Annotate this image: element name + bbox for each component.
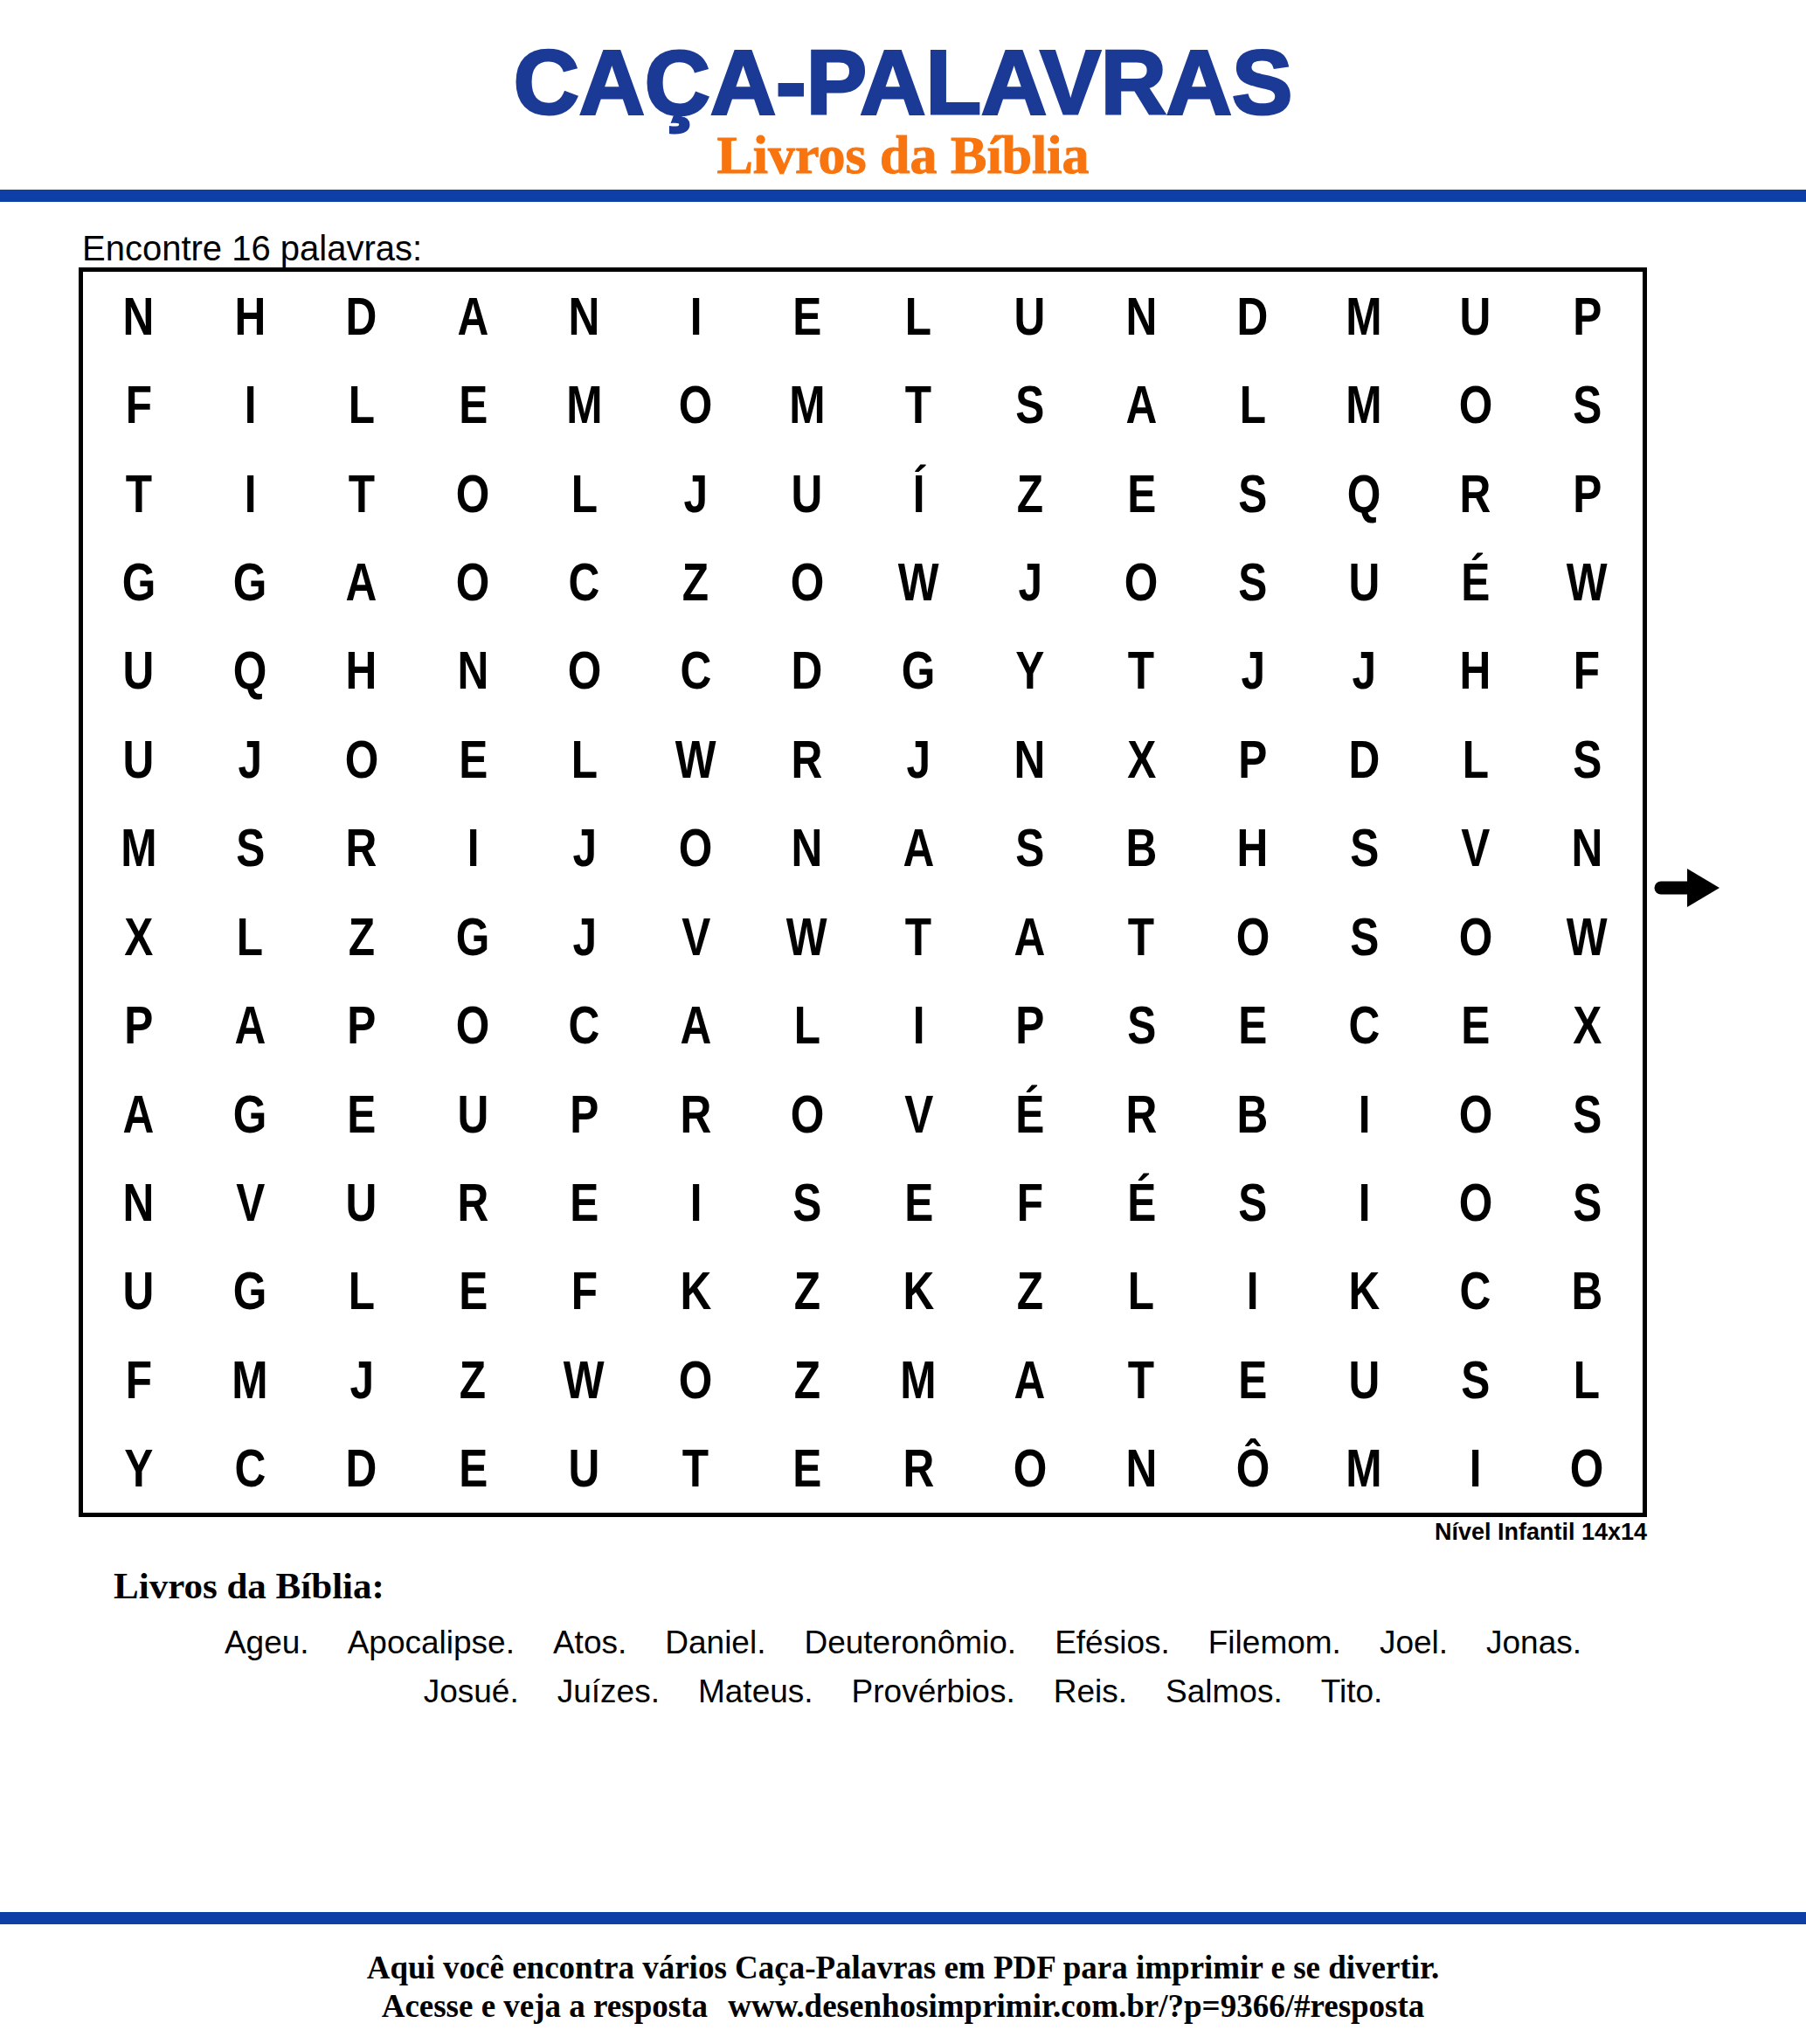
grid-cell[interactable]: J [1197,627,1309,715]
grid-cell[interactable]: Q [195,627,307,715]
grid-cell[interactable]: L [751,980,863,1069]
word-list-heading: Livros da Bíblia: [114,1567,384,1604]
grid-cell[interactable]: O [1420,1158,1532,1246]
grid-cell[interactable]: M [751,360,863,448]
grid-letter: U [1014,289,1046,343]
grid-cell[interactable]: O [1197,892,1309,980]
grid-cell[interactable]: J [306,1335,418,1424]
puzzle-page: { "game": "word-search (caça-palavras)",… [0,0,1806,2044]
grid-cell[interactable]: K [863,1247,975,1335]
grid-letter: T [126,467,152,521]
grid-cell[interactable]: E [1197,1335,1309,1424]
grid-cell[interactable]: E [418,1247,529,1335]
grid-cell[interactable]: I [1309,1158,1421,1246]
grid-letter: I [1358,1175,1370,1230]
grid-letter: E [347,1087,376,1141]
grid-cell[interactable]: U [1309,1335,1421,1424]
instruction-label: Encontre 16 palavras: [82,231,422,266]
grid-cell[interactable]: R [640,1070,752,1158]
grid-cell[interactable]: D [306,272,418,360]
grid-cell[interactable]: E [306,1070,418,1158]
grid-letter: T [682,1441,709,1495]
grid-cell[interactable]: R [1086,1070,1198,1158]
grid-letter: A [346,555,377,609]
grid-cell[interactable]: Z [751,1335,863,1424]
grid-cell[interactable]: J [529,804,640,892]
grid-letter: A [1125,378,1157,432]
grid-cell[interactable]: E [1420,980,1532,1069]
grid-cell[interactable]: U [529,1424,640,1513]
grid-cell[interactable]: S [974,804,1086,892]
grid-letter: Í [912,467,924,521]
footer-answer-url[interactable]: www.desenhosimprimir.com.br/?p=9366/#res… [728,1988,1424,2024]
grid-cell[interactable]: N [974,715,1086,803]
grid-cell[interactable]: S [195,804,307,892]
grid-cell[interactable]: U [1420,272,1532,360]
grid-cell[interactable]: Ô [1197,1424,1309,1513]
grid-cell[interactable]: E [1197,980,1309,1069]
grid-cell[interactable]: X [83,892,195,980]
grid-letter: S [1573,1175,1602,1230]
grid-cell[interactable]: R [418,1158,529,1246]
grid-letter: L [905,289,931,343]
grid-cell[interactable]: I [195,449,307,537]
word-list-item: Tito. [1321,1674,1383,1710]
grid-cell[interactable]: A [83,1070,195,1158]
grid-letter: I [912,998,924,1052]
grid-cell[interactable]: G [195,1070,307,1158]
grid-letter: L [1128,1264,1154,1318]
grid-cell[interactable]: A [306,537,418,626]
grid-cell[interactable]: T [640,1424,752,1513]
grid-letter: R [1125,1087,1157,1141]
grid-cell[interactable]: G [195,537,307,626]
grid-cell[interactable]: F [974,1158,1086,1246]
grid-letter: T [1128,1353,1154,1407]
grid-letter: V [682,910,710,964]
word-list-item: Juízes. [557,1674,660,1710]
grid-cell[interactable]: D [306,1424,418,1513]
grid-cell[interactable]: Y [83,1424,195,1513]
grid-letter: T [349,467,375,521]
grid-letter: M [1346,378,1382,432]
grid-cell[interactable]: A [863,804,975,892]
grid-cell[interactable]: O [1420,360,1532,448]
grid-cell[interactable]: L [529,715,640,803]
grid-letter: É [1127,1175,1156,1230]
grid-cell[interactable]: T [1086,627,1198,715]
grid-cell[interactable]: S [1197,1158,1309,1246]
word-list-item: Provérbios. [852,1674,1015,1710]
grid-cell[interactable]: É [1420,537,1532,626]
grid-cell[interactable]: M [1309,360,1421,448]
grid-letter: E [459,378,488,432]
grid-letter: J [906,732,931,786]
grid-cell[interactable]: E [863,1158,975,1246]
grid-cell[interactable]: R [751,715,863,803]
grid-cell[interactable]: Z [306,892,418,980]
grid-cell[interactable]: O [640,804,752,892]
grid-cell[interactable]: U [83,627,195,715]
grid-cell[interactable]: M [529,360,640,448]
grid-cell[interactable]: L [863,272,975,360]
grid-cell[interactable]: K [640,1247,752,1335]
grid-cell[interactable]: J [529,892,640,980]
grid-cell[interactable]: S [1309,804,1421,892]
grid-cell[interactable]: M [1309,1424,1421,1513]
grid-cell[interactable]: W [863,537,975,626]
grid-cell[interactable]: P [83,980,195,1069]
grid-letter: G [121,555,156,609]
grid-letter: C [1348,998,1380,1052]
grid-letter: F [126,1353,152,1407]
grid-cell[interactable]: O [751,1070,863,1158]
grid-cell[interactable]: F [83,1335,195,1424]
grid-letter: S [1350,821,1379,875]
page-title: CAÇA-PALAVRAS [0,37,1806,128]
grid-cell[interactable]: S [1532,1070,1643,1158]
grid-cell[interactable]: Í [863,449,975,537]
grid-cell[interactable]: U [974,272,1086,360]
grid-cell[interactable]: U [418,1070,529,1158]
grid-letter: E [792,289,821,343]
grid-cell[interactable]: L [195,892,307,980]
grid-cell[interactable]: E [1086,449,1198,537]
grid-cell[interactable]: T [83,449,195,537]
grid-cell[interactable]: L [306,360,418,448]
grid-cell[interactable]: S [1420,1335,1532,1424]
grid-letter: M [566,378,602,432]
grid-cell[interactable]: G [195,1247,307,1335]
word-list-item: Josué. [424,1674,519,1710]
grid-letter: O [1013,1441,1047,1495]
grid-cell[interactable]: O [640,360,752,448]
grid-cell[interactable]: J [640,449,752,537]
grid-cell[interactable]: P [529,1070,640,1158]
grid-cell[interactable]: G [83,537,195,626]
grid-cell[interactable]: O [1420,892,1532,980]
footer-answer-line: Acesse e veja a resposta www.desenhosimp… [0,1987,1806,2026]
grid-letter: O [344,732,378,786]
grid-cell[interactable]: U [751,449,863,537]
grid-cell[interactable]: O [1086,537,1198,626]
grid-letter: C [569,555,600,609]
grid-cell[interactable]: E [751,1424,863,1513]
grid-cell[interactable]: N [83,272,195,360]
grid-cell[interactable]: C [529,537,640,626]
grid-letter: O [456,555,490,609]
grid-cell[interactable]: Z [751,1247,863,1335]
grid-cell[interactable]: C [640,627,752,715]
grid-cell[interactable]: T [306,449,418,537]
grid-cell[interactable]: L [1420,715,1532,803]
grid-letter: N [123,289,155,343]
grid-letter: O [679,378,713,432]
grid-cell[interactable]: A [195,980,307,1069]
grid-cell[interactable]: S [1197,449,1309,537]
grid-cell[interactable]: S [1309,892,1421,980]
grid-cell[interactable]: É [1086,1158,1198,1246]
grid-cell[interactable]: S [1197,537,1309,626]
grid-letter: H [346,643,377,697]
grid-cell[interactable]: P [1532,449,1643,537]
grid-cell[interactable]: N [1532,804,1643,892]
word-list-item: Filemom. [1208,1625,1341,1661]
grid-letter: O [567,643,601,697]
footer-answer-prefix: Acesse e veja a resposta [382,1988,708,2024]
grid-letter: U [1348,555,1380,609]
grid-cell[interactable]: S [1086,980,1198,1069]
grid-cell[interactable]: E [418,715,529,803]
grid-cell[interactable]: A [418,272,529,360]
grid-cell[interactable]: D [1309,715,1421,803]
word-list-item: Apocalipse. [348,1625,515,1661]
grid-letter: A [1014,910,1046,964]
grid-cell[interactable]: P [974,980,1086,1069]
grid-cell[interactable]: S [974,360,1086,448]
grid-cell[interactable]: A [974,1335,1086,1424]
grid-cell[interactable]: U [83,715,195,803]
grid-letter: E [1461,998,1490,1052]
grid-cell[interactable]: O [974,1424,1086,1513]
grid-cell[interactable]: W [529,1335,640,1424]
grid-cell[interactable]: U [306,1158,418,1246]
grid-letter: J [238,732,262,786]
grid-cell[interactable]: A [1086,360,1198,448]
grid-cell[interactable]: C [529,980,640,1069]
grid-letter: W [898,555,939,609]
grid-cell[interactable]: R [863,1424,975,1513]
grid-cell[interactable]: E [418,1424,529,1513]
grid-letter: U [1460,289,1491,343]
grid-cell[interactable]: L [529,449,640,537]
grid-letter: Y [124,1441,153,1495]
grid-letter: U [457,1087,488,1141]
grid-cell[interactable]: I [195,360,307,448]
grid-cell[interactable]: T [1086,1335,1198,1424]
grid-cell[interactable]: I [1420,1424,1532,1513]
grid-cell[interactable]: O [418,449,529,537]
grid-cell[interactable]: G [418,892,529,980]
word-list-item: Reis. [1054,1674,1127,1710]
grid-cell[interactable]: V [195,1158,307,1246]
grid-cell[interactable]: T [1086,892,1198,980]
grid-letter: S [1573,1087,1602,1141]
bottom-divider [0,1912,1806,1924]
grid-cell[interactable]: U [83,1247,195,1335]
grid-letter: P [570,1087,599,1141]
grid-cell[interactable]: V [640,892,752,980]
grid-cell[interactable]: B [1532,1247,1643,1335]
grid-cell[interactable]: W [1532,537,1643,626]
grid-cell[interactable]: B [1197,1070,1309,1158]
grid-letter: L [349,378,375,432]
grid-cell[interactable]: D [751,627,863,715]
grid-cell[interactable]: L [1197,360,1309,448]
grid-cell[interactable]: O [418,980,529,1069]
grid-cell[interactable]: Z [640,537,752,626]
grid-letter: O [1458,910,1492,964]
grid-cell[interactable]: N [1086,272,1198,360]
grid-letter: U [569,1441,600,1495]
grid-letter: S [1350,910,1379,964]
grid-letter: S [1461,1353,1490,1407]
grid-cell[interactable]: R [1420,449,1532,537]
grid-letter: N [1571,821,1602,875]
grid-letter: O [790,555,824,609]
grid-cell[interactable]: J [195,715,307,803]
grid-cell[interactable]: Z [418,1335,529,1424]
grid-cell[interactable]: F [1532,627,1643,715]
grid-cell[interactable]: T [863,892,975,980]
grid-cell[interactable]: I [863,980,975,1069]
grid-letter: D [346,1441,377,1495]
grid-letter: G [902,643,936,697]
grid-cell[interactable]: S [1532,360,1643,448]
grid-cell[interactable]: O [306,715,418,803]
grid-cell[interactable]: N [751,804,863,892]
grid-cell[interactable]: M [863,1335,975,1424]
grid-letter: O [790,1087,824,1141]
grid-cell[interactable]: I [1309,1070,1421,1158]
grid-letter: W [1567,910,1608,964]
grid-cell[interactable]: H [195,272,307,360]
grid-letter: I [1470,1441,1482,1495]
grid-cell[interactable]: O [640,1335,752,1424]
grid-cell[interactable]: E [529,1158,640,1246]
grid-cell[interactable]: W [640,715,752,803]
grid-cell[interactable]: N [529,272,640,360]
grid-cell[interactable]: E [418,360,529,448]
grid-cell[interactable]: M [195,1335,307,1424]
grid-cell[interactable]: J [863,715,975,803]
grid-cell[interactable]: Q [1309,449,1421,537]
grid-cell[interactable]: F [529,1247,640,1335]
grid-letter: U [792,467,823,521]
grid-cell[interactable]: K [1309,1247,1421,1335]
grid-cell[interactable]: V [1420,804,1532,892]
grid-cell[interactable]: Z [974,449,1086,537]
level-label: Nível Infantil 14x14 [1435,1521,1647,1544]
word-list-item: Jonas. [1486,1625,1581,1661]
grid-cell[interactable]: N [1086,1424,1198,1513]
grid-cell[interactable]: M [83,804,195,892]
grid-letter: E [1238,1353,1267,1407]
grid-cell[interactable]: C [195,1424,307,1513]
grid-cell[interactable]: M [1309,272,1421,360]
grid-cell[interactable]: P [306,980,418,1069]
grid-cell[interactable]: I [640,272,752,360]
grid-letter: T [1128,910,1154,964]
grid-cell[interactable]: D [1197,272,1309,360]
grid-letter: B [1237,1087,1269,1141]
grid-cell[interactable]: S [1532,715,1643,803]
grid-letter: T [905,378,931,432]
grid-letter: D [346,289,377,343]
grid-letter: O [456,467,490,521]
grid-cell[interactable]: X [1086,715,1198,803]
grid-cell[interactable]: E [751,272,863,360]
grid-cell[interactable]: F [83,360,195,448]
grid-letter: V [904,1087,933,1141]
grid-cell[interactable]: O [418,537,529,626]
grid-letter: Q [233,643,267,697]
grid-cell[interactable]: W [1532,892,1643,980]
grid-cell[interactable]: X [1532,980,1643,1069]
grid-cell[interactable]: T [863,360,975,448]
grid-cell[interactable]: L [1532,1335,1643,1424]
grid-cell[interactable]: I [640,1158,752,1246]
grid-cell[interactable]: O [1532,1424,1643,1513]
grid-cell[interactable]: C [1309,980,1421,1069]
grid-cell[interactable]: R [306,804,418,892]
grid-cell[interactable]: O [751,537,863,626]
grid-letter: N [123,1175,155,1230]
grid-cell[interactable]: V [863,1070,975,1158]
grid-letter: I [1358,1087,1370,1141]
grid-cell[interactable]: J [1309,627,1421,715]
grid-letter: E [904,1175,933,1230]
grid-cell[interactable]: C [1420,1247,1532,1335]
grid-cell[interactable]: I [418,804,529,892]
grid-letter: I [689,289,702,343]
grid-letter: S [1127,998,1156,1052]
grid-letter: E [570,1175,599,1230]
grid-cell[interactable]: U [1309,537,1421,626]
top-divider [0,190,1806,202]
grid-cell[interactable]: N [83,1158,195,1246]
grid-cell[interactable]: É [974,1070,1086,1158]
grid-letter: J [1241,643,1265,697]
grid-letter: U [1348,1353,1380,1407]
grid-letter: N [1125,1441,1157,1495]
grid-cell[interactable]: G [863,627,975,715]
grid-cell[interactable]: B [1086,804,1198,892]
grid-letter: O [1458,378,1492,432]
grid-cell[interactable]: N [418,627,529,715]
grid-cell[interactable]: O [1420,1070,1532,1158]
grid-cell[interactable]: P [1197,715,1309,803]
grid-cell[interactable]: A [974,892,1086,980]
grid-cell[interactable]: H [306,627,418,715]
grid-cell[interactable]: L [1086,1247,1198,1335]
grid-letter: Z [1017,467,1043,521]
grid-letter: F [1017,1175,1043,1230]
grid-cell[interactable]: S [1532,1158,1643,1246]
word-list-item: Efésios. [1055,1625,1170,1661]
grid-cell[interactable]: P [1532,272,1643,360]
grid-cell[interactable]: O [529,627,640,715]
grid-letter: M [901,1353,937,1407]
grid-cell[interactable]: H [1197,804,1309,892]
grid-cell[interactable]: S [751,1158,863,1246]
grid-cell[interactable]: W [751,892,863,980]
grid-cell[interactable]: H [1420,627,1532,715]
grid-letter: V [236,1175,265,1230]
grid-cell[interactable]: L [306,1247,418,1335]
grid-letter: L [349,1264,375,1318]
grid-cell[interactable]: Y [974,627,1086,715]
grid-letter: J [572,910,597,964]
grid-cell[interactable]: A [640,980,752,1069]
grid-cell[interactable]: I [1197,1247,1309,1335]
grid-cell[interactable]: Z [974,1247,1086,1335]
grid-letter: O [679,1353,713,1407]
grid-letter: P [1238,732,1267,786]
grid-letter: Z [794,1353,820,1407]
grid-cell[interactable]: J [974,537,1086,626]
grid-letter: H [1237,821,1269,875]
